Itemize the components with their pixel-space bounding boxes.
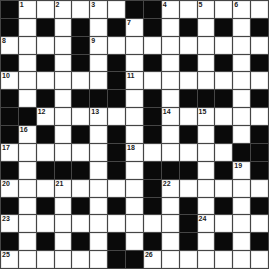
white-cell-10-11[interactable] bbox=[198, 180, 215, 197]
white-cell-5-1[interactable] bbox=[19, 90, 36, 107]
white-cell-8-5[interactable] bbox=[90, 144, 107, 161]
block-cell-0-8 bbox=[144, 1, 161, 18]
clue-number-19: 19 bbox=[234, 162, 242, 170]
block-cell-6-1 bbox=[19, 108, 36, 125]
white-cell-11-11[interactable] bbox=[198, 198, 215, 215]
white-cell-9-5[interactable] bbox=[90, 162, 107, 179]
block-cell-7-2 bbox=[37, 126, 54, 143]
clue-number-8: 8 bbox=[2, 37, 6, 45]
white-cell-2-9[interactable] bbox=[162, 37, 179, 54]
white-cell-0-5[interactable]: 3 bbox=[90, 1, 107, 18]
white-cell-12-0[interactable]: 23 bbox=[1, 215, 18, 232]
white-cell-4-12[interactable] bbox=[215, 72, 232, 89]
clue-number-25: 25 bbox=[2, 251, 10, 259]
block-cell-0-0 bbox=[1, 1, 18, 18]
white-cell-1-3[interactable] bbox=[55, 19, 72, 36]
block-cell-11-8 bbox=[144, 198, 161, 215]
clue-number-13: 13 bbox=[91, 108, 99, 116]
clue-number-21: 21 bbox=[56, 180, 64, 188]
clue-number-16: 16 bbox=[20, 126, 28, 134]
block-cell-13-8 bbox=[144, 233, 161, 250]
white-cell-11-1[interactable] bbox=[19, 198, 36, 215]
white-cell-6-2[interactable]: 12 bbox=[37, 108, 54, 125]
clue-number-20: 20 bbox=[2, 180, 10, 188]
white-cell-12-2[interactable] bbox=[37, 215, 54, 232]
white-cell-2-1[interactable] bbox=[19, 37, 36, 54]
block-cell-14-6 bbox=[108, 251, 125, 268]
block-cell-9-0 bbox=[1, 162, 18, 179]
white-cell-14-4[interactable] bbox=[72, 251, 89, 268]
white-cell-12-6[interactable] bbox=[108, 215, 125, 232]
white-cell-14-8[interactable]: 26 bbox=[144, 251, 161, 268]
white-cell-12-13[interactable] bbox=[233, 215, 250, 232]
white-cell-13-5[interactable] bbox=[90, 233, 107, 250]
white-cell-6-13[interactable] bbox=[233, 108, 250, 125]
white-cell-8-10[interactable] bbox=[180, 144, 197, 161]
block-cell-7-14 bbox=[251, 126, 268, 143]
block-cell-5-0 bbox=[1, 90, 18, 107]
white-cell-8-2[interactable] bbox=[37, 144, 54, 161]
white-cell-10-5[interactable] bbox=[90, 180, 107, 197]
white-cell-12-12[interactable] bbox=[215, 215, 232, 232]
white-cell-13-11[interactable] bbox=[198, 233, 215, 250]
block-cell-7-10 bbox=[180, 126, 197, 143]
white-cell-6-11[interactable]: 15 bbox=[198, 108, 215, 125]
white-cell-4-8[interactable] bbox=[144, 72, 161, 89]
block-cell-12-10 bbox=[180, 215, 197, 232]
white-cell-3-5[interactable] bbox=[90, 55, 107, 72]
block-cell-13-6 bbox=[108, 233, 125, 250]
block-cell-11-0 bbox=[1, 198, 18, 215]
block-cell-9-4 bbox=[72, 162, 89, 179]
white-cell-1-5[interactable] bbox=[90, 19, 107, 36]
block-cell-11-14 bbox=[251, 198, 268, 215]
block-cell-3-14 bbox=[251, 55, 268, 72]
white-cell-7-1[interactable]: 16 bbox=[19, 126, 36, 143]
white-cell-1-9[interactable] bbox=[162, 19, 179, 36]
white-cell-0-14[interactable] bbox=[251, 1, 268, 18]
white-cell-4-9[interactable] bbox=[162, 72, 179, 89]
white-cell-7-9[interactable] bbox=[162, 126, 179, 143]
block-cell-6-0 bbox=[1, 108, 18, 125]
white-cell-8-4[interactable] bbox=[72, 144, 89, 161]
white-cell-3-13[interactable] bbox=[233, 55, 250, 72]
white-cell-14-0[interactable]: 25 bbox=[1, 251, 18, 268]
white-cell-11-7[interactable] bbox=[126, 198, 143, 215]
white-cell-14-3[interactable] bbox=[55, 251, 72, 268]
white-cell-10-10[interactable] bbox=[180, 180, 197, 197]
white-cell-0-12[interactable] bbox=[215, 1, 232, 18]
crossword-grid: 1234567891011121314151617181920212223242… bbox=[0, 0, 269, 269]
white-cell-12-11[interactable]: 24 bbox=[198, 215, 215, 232]
white-cell-4-0[interactable]: 10 bbox=[1, 72, 18, 89]
white-cell-14-13[interactable] bbox=[233, 251, 250, 268]
white-cell-0-13[interactable]: 6 bbox=[233, 1, 250, 18]
white-cell-0-9[interactable]: 4 bbox=[162, 1, 179, 18]
white-cell-4-5[interactable] bbox=[90, 72, 107, 89]
white-cell-10-1[interactable] bbox=[19, 180, 36, 197]
white-cell-2-14[interactable] bbox=[251, 37, 268, 54]
block-cell-5-4 bbox=[72, 90, 89, 107]
block-cell-9-9 bbox=[162, 162, 179, 179]
clue-number-4: 4 bbox=[163, 1, 167, 9]
white-cell-6-14[interactable] bbox=[251, 108, 268, 125]
block-cell-1-4 bbox=[72, 19, 89, 36]
white-cell-2-2[interactable] bbox=[37, 37, 54, 54]
white-cell-6-9[interactable]: 14 bbox=[162, 108, 179, 125]
white-cell-2-10[interactable] bbox=[180, 37, 197, 54]
white-cell-10-9[interactable]: 22 bbox=[162, 180, 179, 197]
block-cell-1-6 bbox=[108, 19, 125, 36]
clue-number-26: 26 bbox=[145, 251, 153, 259]
white-cell-8-9[interactable] bbox=[162, 144, 179, 161]
block-cell-1-14 bbox=[251, 19, 268, 36]
white-cell-14-10[interactable] bbox=[180, 251, 197, 268]
white-cell-0-1[interactable]: 1 bbox=[19, 1, 36, 18]
white-cell-8-1[interactable] bbox=[19, 144, 36, 161]
white-cell-2-11[interactable] bbox=[198, 37, 215, 54]
white-cell-2-3[interactable] bbox=[55, 37, 72, 54]
block-cell-5-2 bbox=[37, 90, 54, 107]
white-cell-9-1[interactable] bbox=[19, 162, 36, 179]
white-cell-14-2[interactable] bbox=[37, 251, 54, 268]
white-cell-1-7[interactable]: 7 bbox=[126, 19, 143, 36]
white-cell-0-4[interactable] bbox=[72, 1, 89, 18]
white-cell-6-4[interactable] bbox=[72, 108, 89, 125]
block-cell-7-8 bbox=[144, 126, 161, 143]
white-cell-6-10[interactable] bbox=[180, 108, 197, 125]
white-cell-10-14[interactable] bbox=[251, 180, 268, 197]
white-cell-1-1[interactable] bbox=[19, 19, 36, 36]
clue-number-18: 18 bbox=[127, 144, 135, 152]
block-cell-3-2 bbox=[37, 55, 54, 72]
white-cell-2-5[interactable]: 9 bbox=[90, 37, 107, 54]
white-cell-12-7[interactable] bbox=[126, 215, 143, 232]
white-cell-4-1[interactable] bbox=[19, 72, 36, 89]
white-cell-11-9[interactable] bbox=[162, 198, 179, 215]
white-cell-8-12[interactable] bbox=[215, 144, 232, 161]
white-cell-7-5[interactable] bbox=[90, 126, 107, 143]
block-cell-3-6 bbox=[108, 55, 125, 72]
white-cell-10-13[interactable] bbox=[233, 180, 250, 197]
block-cell-5-14 bbox=[251, 90, 268, 107]
white-cell-5-3[interactable] bbox=[55, 90, 72, 107]
block-cell-0-7 bbox=[126, 1, 143, 18]
white-cell-12-9[interactable] bbox=[162, 215, 179, 232]
block-cell-7-12 bbox=[215, 126, 232, 143]
white-cell-9-13[interactable]: 19 bbox=[233, 162, 250, 179]
white-cell-8-7[interactable]: 18 bbox=[126, 144, 143, 161]
block-cell-7-6 bbox=[108, 126, 125, 143]
white-cell-13-13[interactable] bbox=[233, 233, 250, 250]
clue-number-1: 1 bbox=[20, 1, 24, 9]
white-cell-12-14[interactable] bbox=[251, 215, 268, 232]
white-cell-10-7[interactable] bbox=[126, 180, 143, 197]
white-cell-14-14[interactable] bbox=[251, 251, 268, 268]
white-cell-4-14[interactable] bbox=[251, 72, 268, 89]
block-cell-2-4 bbox=[72, 37, 89, 54]
white-cell-4-13[interactable] bbox=[233, 72, 250, 89]
white-cell-11-13[interactable] bbox=[233, 198, 250, 215]
white-cell-8-0[interactable]: 17 bbox=[1, 144, 18, 161]
white-cell-12-1[interactable] bbox=[19, 215, 36, 232]
white-cell-3-1[interactable] bbox=[19, 55, 36, 72]
white-cell-6-6[interactable] bbox=[108, 108, 125, 125]
white-cell-2-13[interactable] bbox=[233, 37, 250, 54]
white-cell-7-7[interactable] bbox=[126, 126, 143, 143]
block-cell-5-5 bbox=[90, 90, 107, 107]
block-cell-9-12 bbox=[215, 162, 232, 179]
block-cell-3-0 bbox=[1, 55, 18, 72]
block-cell-11-4 bbox=[72, 198, 89, 215]
block-cell-8-14 bbox=[251, 144, 268, 161]
white-cell-3-11[interactable] bbox=[198, 55, 215, 72]
block-cell-4-6 bbox=[108, 72, 125, 89]
white-cell-0-2[interactable] bbox=[37, 1, 54, 18]
white-cell-6-3[interactable] bbox=[55, 108, 72, 125]
white-cell-0-3[interactable]: 2 bbox=[55, 1, 72, 18]
clue-number-6: 6 bbox=[234, 1, 238, 9]
block-cell-1-10 bbox=[180, 19, 197, 36]
block-cell-5-6 bbox=[108, 90, 125, 107]
white-cell-11-3[interactable] bbox=[55, 198, 72, 215]
white-cell-10-2[interactable] bbox=[37, 180, 54, 197]
clue-number-9: 9 bbox=[91, 37, 95, 45]
block-cell-13-0 bbox=[1, 233, 18, 250]
white-cell-7-13[interactable] bbox=[233, 126, 250, 143]
block-cell-3-12 bbox=[215, 55, 232, 72]
white-cell-2-12[interactable] bbox=[215, 37, 232, 54]
block-cell-9-10 bbox=[180, 162, 197, 179]
clue-number-2: 2 bbox=[56, 1, 60, 9]
white-cell-10-0[interactable]: 20 bbox=[1, 180, 18, 197]
block-cell-14-7 bbox=[126, 251, 143, 268]
white-cell-4-4[interactable] bbox=[72, 72, 89, 89]
clue-number-14: 14 bbox=[163, 108, 171, 116]
white-cell-4-11[interactable] bbox=[198, 72, 215, 89]
white-cell-0-11[interactable]: 5 bbox=[198, 1, 215, 18]
block-cell-5-8 bbox=[144, 90, 161, 107]
white-cell-10-4[interactable] bbox=[72, 180, 89, 197]
white-cell-2-7[interactable] bbox=[126, 37, 143, 54]
block-cell-9-3 bbox=[55, 162, 72, 179]
white-cell-8-8[interactable] bbox=[144, 144, 161, 161]
block-cell-6-8 bbox=[144, 108, 161, 125]
white-cell-3-3[interactable] bbox=[55, 55, 72, 72]
clue-number-23: 23 bbox=[2, 215, 10, 223]
white-cell-12-3[interactable] bbox=[55, 215, 72, 232]
block-cell-11-6 bbox=[108, 198, 125, 215]
block-cell-1-12 bbox=[215, 19, 232, 36]
white-cell-12-8[interactable] bbox=[144, 215, 161, 232]
block-cell-9-6 bbox=[108, 162, 125, 179]
white-cell-6-5[interactable]: 13 bbox=[90, 108, 107, 125]
white-cell-7-3[interactable] bbox=[55, 126, 72, 143]
white-cell-3-9[interactable] bbox=[162, 55, 179, 72]
block-cell-7-0 bbox=[1, 126, 18, 143]
block-cell-13-10 bbox=[180, 233, 197, 250]
white-cell-14-12[interactable] bbox=[215, 251, 232, 268]
block-cell-9-8 bbox=[144, 162, 161, 179]
block-cell-13-2 bbox=[37, 233, 54, 250]
white-cell-12-5[interactable] bbox=[90, 215, 107, 232]
block-cell-8-13 bbox=[233, 144, 250, 161]
white-cell-13-3[interactable] bbox=[55, 233, 72, 250]
clue-number-11: 11 bbox=[127, 72, 134, 80]
white-cell-14-9[interactable] bbox=[162, 251, 179, 268]
white-cell-3-7[interactable] bbox=[126, 55, 143, 72]
white-cell-13-1[interactable] bbox=[19, 233, 36, 250]
clue-number-17: 17 bbox=[2, 144, 10, 152]
clue-number-3: 3 bbox=[91, 1, 95, 9]
block-cell-13-12 bbox=[215, 233, 232, 250]
white-cell-6-12[interactable] bbox=[215, 108, 232, 125]
block-cell-13-4 bbox=[72, 233, 89, 250]
clue-number-24: 24 bbox=[199, 215, 207, 223]
block-cell-1-0 bbox=[1, 19, 18, 36]
white-cell-9-11[interactable] bbox=[198, 162, 215, 179]
clue-number-15: 15 bbox=[199, 108, 207, 116]
block-cell-3-8 bbox=[144, 55, 161, 72]
white-cell-2-6[interactable] bbox=[108, 37, 125, 54]
white-cell-4-10[interactable] bbox=[180, 72, 197, 89]
white-cell-13-9[interactable] bbox=[162, 233, 179, 250]
block-cell-3-4 bbox=[72, 55, 89, 72]
white-cell-13-7[interactable] bbox=[126, 233, 143, 250]
block-cell-1-8 bbox=[144, 19, 161, 36]
clue-number-12: 12 bbox=[38, 108, 46, 116]
white-cell-0-10[interactable] bbox=[180, 1, 197, 18]
white-cell-8-11[interactable] bbox=[198, 144, 215, 161]
clue-number-22: 22 bbox=[163, 180, 171, 188]
white-cell-10-6[interactable] bbox=[108, 180, 125, 197]
clue-number-10: 10 bbox=[2, 72, 10, 80]
white-cell-4-3[interactable] bbox=[55, 72, 72, 89]
white-cell-4-2[interactable] bbox=[37, 72, 54, 89]
block-cell-7-4 bbox=[72, 126, 89, 143]
white-cell-10-12[interactable] bbox=[215, 180, 232, 197]
block-cell-13-14 bbox=[251, 233, 268, 250]
clue-number-7: 7 bbox=[127, 19, 131, 27]
white-cell-10-3[interactable]: 21 bbox=[55, 180, 72, 197]
white-cell-1-13[interactable] bbox=[233, 19, 250, 36]
white-cell-5-7[interactable] bbox=[126, 90, 143, 107]
block-cell-5-10 bbox=[180, 90, 197, 107]
white-cell-11-5[interactable] bbox=[90, 198, 107, 215]
white-cell-9-7[interactable] bbox=[126, 162, 143, 179]
white-cell-1-11[interactable] bbox=[198, 19, 215, 36]
block-cell-11-12 bbox=[215, 198, 232, 215]
white-cell-14-1[interactable] bbox=[19, 251, 36, 268]
white-cell-14-5[interactable] bbox=[90, 251, 107, 268]
block-cell-3-10 bbox=[180, 55, 197, 72]
white-cell-4-7[interactable]: 11 bbox=[126, 72, 143, 89]
block-cell-8-6 bbox=[108, 144, 125, 161]
white-cell-2-0[interactable]: 8 bbox=[1, 37, 18, 54]
white-cell-5-13[interactable] bbox=[233, 90, 250, 107]
block-cell-5-12 bbox=[215, 90, 232, 107]
clue-number-5: 5 bbox=[199, 1, 203, 9]
block-cell-9-2 bbox=[37, 162, 54, 179]
block-cell-10-8 bbox=[144, 180, 161, 197]
white-cell-12-4[interactable] bbox=[72, 215, 89, 232]
white-cell-5-9[interactable] bbox=[162, 90, 179, 107]
block-cell-11-10 bbox=[180, 198, 197, 215]
white-cell-14-11[interactable] bbox=[198, 251, 215, 268]
white-cell-2-8[interactable] bbox=[144, 37, 161, 54]
white-cell-0-6[interactable] bbox=[108, 1, 125, 18]
white-cell-7-11[interactable] bbox=[198, 126, 215, 143]
white-cell-8-3[interactable] bbox=[55, 144, 72, 161]
block-cell-1-2 bbox=[37, 19, 54, 36]
block-cell-11-2 bbox=[37, 198, 54, 215]
block-cell-9-14 bbox=[251, 162, 268, 179]
block-cell-5-11 bbox=[198, 90, 215, 107]
white-cell-6-7[interactable] bbox=[126, 108, 143, 125]
